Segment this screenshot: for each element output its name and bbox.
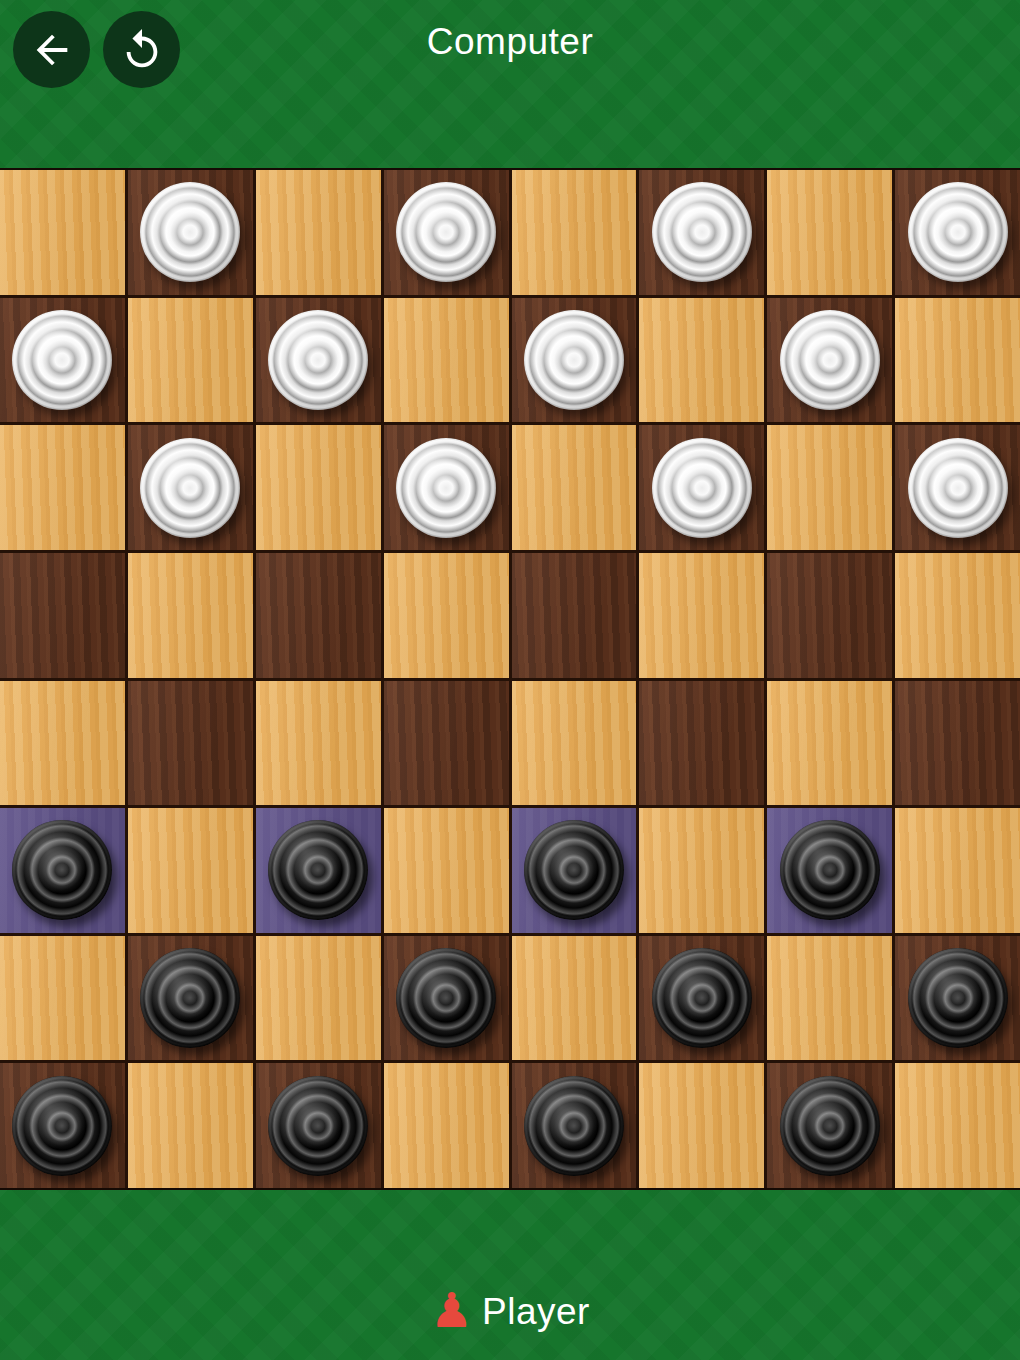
white-piece[interactable]	[396, 182, 496, 282]
square-r6c1[interactable]	[128, 936, 253, 1061]
square-r0c2[interactable]	[256, 170, 381, 295]
black-piece[interactable]	[12, 820, 112, 920]
black-piece[interactable]	[524, 820, 624, 920]
black-piece[interactable]	[396, 948, 496, 1048]
square-r5c5[interactable]	[639, 808, 764, 933]
square-r0c6[interactable]	[767, 170, 892, 295]
white-piece[interactable]	[12, 310, 112, 410]
square-r1c2[interactable]	[256, 298, 381, 423]
square-r4c2[interactable]	[256, 681, 381, 806]
square-r7c1[interactable]	[128, 1063, 253, 1188]
square-r1c4[interactable]	[512, 298, 637, 423]
square-r4c4[interactable]	[512, 681, 637, 806]
white-piece[interactable]	[268, 310, 368, 410]
square-r6c3[interactable]	[384, 936, 509, 1061]
square-r6c0[interactable]	[0, 936, 125, 1061]
square-r6c4[interactable]	[512, 936, 637, 1061]
square-r6c7[interactable]	[895, 936, 1020, 1061]
square-r6c6[interactable]	[767, 936, 892, 1061]
square-r2c6[interactable]	[767, 425, 892, 550]
app-screen: Computer ♟ Player	[0, 0, 1020, 1360]
square-r5c2[interactable]	[256, 808, 381, 933]
square-r3c7[interactable]	[895, 553, 1020, 678]
square-r4c3[interactable]	[384, 681, 509, 806]
square-r7c7[interactable]	[895, 1063, 1020, 1188]
square-r7c2[interactable]	[256, 1063, 381, 1188]
opponent-label: Computer	[0, 21, 1020, 63]
square-r0c7[interactable]	[895, 170, 1020, 295]
square-r3c1[interactable]	[128, 553, 253, 678]
square-r7c3[interactable]	[384, 1063, 509, 1188]
white-piece[interactable]	[396, 438, 496, 538]
white-piece[interactable]	[908, 438, 1008, 538]
square-r5c4[interactable]	[512, 808, 637, 933]
square-r5c0[interactable]	[0, 808, 125, 933]
square-r0c1[interactable]	[128, 170, 253, 295]
square-r5c7[interactable]	[895, 808, 1020, 933]
square-r3c3[interactable]	[384, 553, 509, 678]
square-r1c1[interactable]	[128, 298, 253, 423]
square-r2c4[interactable]	[512, 425, 637, 550]
square-r1c0[interactable]	[0, 298, 125, 423]
red-pawn-icon: ♟	[430, 1286, 473, 1334]
black-piece[interactable]	[140, 948, 240, 1048]
black-piece[interactable]	[524, 1076, 624, 1176]
square-r2c5[interactable]	[639, 425, 764, 550]
square-r4c1[interactable]	[128, 681, 253, 806]
white-piece[interactable]	[140, 438, 240, 538]
square-r5c3[interactable]	[384, 808, 509, 933]
white-piece[interactable]	[908, 182, 1008, 282]
square-r6c2[interactable]	[256, 936, 381, 1061]
square-r5c1[interactable]	[128, 808, 253, 933]
square-r3c5[interactable]	[639, 553, 764, 678]
square-r1c3[interactable]	[384, 298, 509, 423]
white-piece[interactable]	[524, 310, 624, 410]
white-piece[interactable]	[652, 438, 752, 538]
white-piece[interactable]	[780, 310, 880, 410]
white-piece[interactable]	[140, 182, 240, 282]
square-r2c2[interactable]	[256, 425, 381, 550]
black-piece[interactable]	[268, 820, 368, 920]
square-r1c5[interactable]	[639, 298, 764, 423]
top-bar: Computer	[0, 0, 1020, 168]
player-row: ♟ Player	[0, 1288, 1020, 1336]
white-piece[interactable]	[652, 182, 752, 282]
square-r4c6[interactable]	[767, 681, 892, 806]
player-label: Player	[482, 1291, 590, 1333]
square-r7c6[interactable]	[767, 1063, 892, 1188]
black-piece[interactable]	[780, 820, 880, 920]
square-r2c1[interactable]	[128, 425, 253, 550]
square-r4c7[interactable]	[895, 681, 1020, 806]
square-r7c0[interactable]	[0, 1063, 125, 1188]
square-r3c0[interactable]	[0, 553, 125, 678]
square-r0c4[interactable]	[512, 170, 637, 295]
square-r1c7[interactable]	[895, 298, 1020, 423]
black-piece[interactable]	[12, 1076, 112, 1176]
square-r0c5[interactable]	[639, 170, 764, 295]
black-piece[interactable]	[780, 1076, 880, 1176]
black-piece[interactable]	[908, 948, 1008, 1048]
square-r7c4[interactable]	[512, 1063, 637, 1188]
square-r6c5[interactable]	[639, 936, 764, 1061]
square-r3c4[interactable]	[512, 553, 637, 678]
black-piece[interactable]	[268, 1076, 368, 1176]
square-r5c6[interactable]	[767, 808, 892, 933]
black-piece[interactable]	[652, 948, 752, 1048]
square-r3c6[interactable]	[767, 553, 892, 678]
square-r4c0[interactable]	[0, 681, 125, 806]
square-r3c2[interactable]	[256, 553, 381, 678]
square-r4c5[interactable]	[639, 681, 764, 806]
square-r2c7[interactable]	[895, 425, 1020, 550]
square-r7c5[interactable]	[639, 1063, 764, 1188]
bottom-bar: ♟ Player	[0, 1190, 1020, 1360]
board	[0, 168, 1020, 1190]
square-r0c3[interactable]	[384, 170, 509, 295]
square-r0c0[interactable]	[0, 170, 125, 295]
square-r2c3[interactable]	[384, 425, 509, 550]
square-r2c0[interactable]	[0, 425, 125, 550]
square-r1c6[interactable]	[767, 298, 892, 423]
